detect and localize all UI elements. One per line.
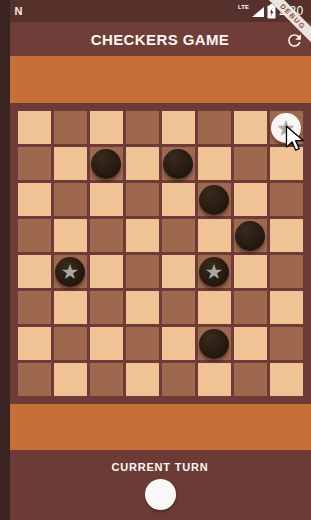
square-r3c2[interactable]	[90, 219, 123, 252]
square-r0c3[interactable]	[126, 111, 159, 144]
current-turn-piece-white	[145, 479, 176, 510]
status-bar: N LTE 2:20	[10, 0, 311, 22]
black-man-piece[interactable]	[199, 329, 229, 359]
square-r3c3	[126, 219, 159, 252]
checkers-board: ★★★	[11, 103, 310, 404]
square-r7c2[interactable]	[90, 363, 123, 396]
square-r4c7[interactable]	[270, 255, 303, 288]
square-r4c0	[18, 255, 51, 288]
square-r4c1[interactable]: ★	[54, 255, 87, 288]
status-time: 2:20	[279, 4, 304, 18]
square-r7c3	[126, 363, 159, 396]
black-king-piece[interactable]: ★	[199, 257, 229, 287]
battery-charging-icon	[267, 4, 276, 19]
square-r2c3[interactable]	[126, 183, 159, 216]
black-man-piece[interactable]	[199, 185, 229, 215]
square-r4c2	[90, 255, 123, 288]
square-r2c7[interactable]	[270, 183, 303, 216]
king-star-icon: ★	[61, 257, 80, 287]
square-r6c4	[162, 327, 195, 360]
square-r1c4[interactable]	[162, 147, 195, 180]
square-r0c1[interactable]	[54, 111, 87, 144]
square-r3c0[interactable]	[18, 219, 51, 252]
square-r7c6[interactable]	[234, 363, 267, 396]
black-man-piece[interactable]	[163, 149, 193, 179]
square-r7c1	[54, 363, 87, 396]
square-r2c2	[90, 183, 123, 216]
app-screen: N LTE 2:20 DEBUG CHECKERS GAME ★★★	[10, 0, 311, 520]
square-r4c5[interactable]: ★	[198, 255, 231, 288]
square-r3c5	[198, 219, 231, 252]
current-turn-label: CURRENT TURN	[112, 461, 209, 473]
square-r2c4	[162, 183, 195, 216]
square-r7c0[interactable]	[18, 363, 51, 396]
square-r1c2[interactable]	[90, 147, 123, 180]
square-r4c4	[162, 255, 195, 288]
black-man-piece[interactable]	[91, 149, 121, 179]
square-r0c5[interactable]	[198, 111, 231, 144]
page-title: CHECKERS GAME	[91, 31, 230, 48]
square-r6c1[interactable]	[54, 327, 87, 360]
square-r0c2	[90, 111, 123, 144]
square-r7c4[interactable]	[162, 363, 195, 396]
bottom-accent-band	[10, 404, 311, 450]
square-r5c3	[126, 291, 159, 324]
refresh-icon	[285, 31, 304, 50]
black-man-piece[interactable]	[235, 221, 265, 251]
square-r5c4[interactable]	[162, 291, 195, 324]
app-bar: CHECKERS GAME	[10, 22, 311, 56]
square-r6c3[interactable]	[126, 327, 159, 360]
square-r5c1	[54, 291, 87, 324]
black-king-piece[interactable]: ★	[55, 257, 85, 287]
square-r4c6	[234, 255, 267, 288]
king-star-icon: ★	[205, 257, 224, 287]
square-r3c6[interactable]	[234, 219, 267, 252]
square-r5c5	[198, 291, 231, 324]
square-r1c5	[198, 147, 231, 180]
square-r6c0	[18, 327, 51, 360]
square-r3c7	[270, 219, 303, 252]
square-r2c5[interactable]	[198, 183, 231, 216]
square-r0c6	[234, 111, 267, 144]
square-r6c7[interactable]	[270, 327, 303, 360]
square-r5c6[interactable]	[234, 291, 267, 324]
turn-panel: CURRENT TURN	[10, 450, 311, 520]
status-bar-right-cluster: LTE 2:20	[238, 0, 305, 22]
square-r0c4	[162, 111, 195, 144]
refresh-button[interactable]	[285, 30, 305, 50]
network-type-label: LTE	[238, 4, 249, 10]
square-r6c6	[234, 327, 267, 360]
square-r6c5[interactable]	[198, 327, 231, 360]
square-r1c6[interactable]	[234, 147, 267, 180]
square-r2c6	[234, 183, 267, 216]
square-r0c0	[18, 111, 51, 144]
mouse-cursor	[285, 125, 304, 152]
square-r2c0	[18, 183, 51, 216]
square-r2c1[interactable]	[54, 183, 87, 216]
notification-icon: N	[15, 0, 23, 22]
square-r1c1	[54, 147, 87, 180]
square-r5c2[interactable]	[90, 291, 123, 324]
square-r3c1	[54, 219, 87, 252]
square-r5c7	[270, 291, 303, 324]
square-r3c4[interactable]	[162, 219, 195, 252]
square-r1c0[interactable]	[18, 147, 51, 180]
signal-strength-icon	[252, 7, 264, 17]
square-r7c7	[270, 363, 303, 396]
square-r4c3[interactable]	[126, 255, 159, 288]
square-r1c3	[126, 147, 159, 180]
square-r6c2	[90, 327, 123, 360]
top-accent-band	[10, 56, 311, 103]
square-r5c0[interactable]	[18, 291, 51, 324]
square-r7c5	[198, 363, 231, 396]
